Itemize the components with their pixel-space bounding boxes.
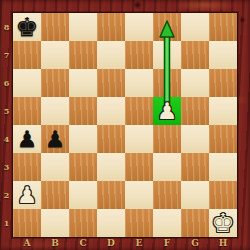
square-c2[interactable]: [69, 181, 97, 209]
rank-label-2: 2: [0, 181, 13, 209]
square-d7[interactable]: [97, 41, 125, 69]
square-b8[interactable]: [41, 13, 69, 41]
file-label-e: E: [125, 237, 153, 250]
square-h4[interactable]: [209, 125, 237, 153]
file-label-a: A: [13, 237, 41, 250]
square-b2[interactable]: [41, 181, 69, 209]
square-e8[interactable]: [125, 13, 153, 41]
rank-label-4: 4: [0, 125, 13, 153]
white-pawn-icon[interactable]: ♟: [13, 181, 41, 209]
square-g3[interactable]: [181, 153, 209, 181]
black-pawn-icon[interactable]: ♟: [41, 125, 69, 153]
square-f4[interactable]: [153, 125, 181, 153]
square-b4[interactable]: ♟: [41, 125, 69, 153]
black-king-icon[interactable]: ♚: [13, 13, 41, 41]
file-label-h: H: [209, 237, 237, 250]
square-g6[interactable]: [181, 69, 209, 97]
black-pawn-icon[interactable]: ♟: [13, 125, 41, 153]
square-g2[interactable]: [181, 181, 209, 209]
square-b5[interactable]: [41, 97, 69, 125]
square-a7[interactable]: [13, 41, 41, 69]
square-d6[interactable]: [97, 69, 125, 97]
square-a6[interactable]: [13, 69, 41, 97]
square-d4[interactable]: [97, 125, 125, 153]
square-d5[interactable]: [97, 97, 125, 125]
square-a4[interactable]: ♟: [13, 125, 41, 153]
square-d1[interactable]: [97, 209, 125, 237]
square-h2[interactable]: [209, 181, 237, 209]
square-g4[interactable]: [181, 125, 209, 153]
square-b6[interactable]: [41, 69, 69, 97]
square-e1[interactable]: [125, 209, 153, 237]
square-a5[interactable]: [13, 97, 41, 125]
square-a3[interactable]: [13, 153, 41, 181]
square-f7[interactable]: [153, 41, 181, 69]
rank-label-6: 6: [0, 69, 13, 97]
rank-label-7: 7: [0, 41, 13, 69]
square-h7[interactable]: [209, 41, 237, 69]
square-e4[interactable]: [125, 125, 153, 153]
square-a2[interactable]: ♟: [13, 181, 41, 209]
square-f2[interactable]: [153, 181, 181, 209]
rank-label-8: 8: [0, 13, 13, 41]
square-h6[interactable]: [209, 69, 237, 97]
square-e3[interactable]: [125, 153, 153, 181]
rank-label-3: 3: [0, 153, 13, 181]
file-label-d: D: [97, 237, 125, 250]
square-c7[interactable]: [69, 41, 97, 69]
square-d2[interactable]: [97, 181, 125, 209]
square-a8[interactable]: ♚: [13, 13, 41, 41]
square-d8[interactable]: [97, 13, 125, 41]
square-a1[interactable]: [13, 209, 41, 237]
chess-board-frame: ♚♟♟♟♟♚ 87654321 ABCDEFGH: [0, 0, 250, 250]
square-f5[interactable]: ♟: [153, 97, 181, 125]
square-b7[interactable]: [41, 41, 69, 69]
square-g1[interactable]: [181, 209, 209, 237]
square-c5[interactable]: [69, 97, 97, 125]
square-b1[interactable]: [41, 209, 69, 237]
square-c1[interactable]: [69, 209, 97, 237]
square-d3[interactable]: [97, 153, 125, 181]
square-h3[interactable]: [209, 153, 237, 181]
square-f3[interactable]: [153, 153, 181, 181]
white-king-icon[interactable]: ♚: [209, 209, 237, 237]
rank-label-1: 1: [0, 209, 13, 237]
square-e2[interactable]: [125, 181, 153, 209]
square-b3[interactable]: [41, 153, 69, 181]
white-pawn-icon[interactable]: ♟: [153, 97, 181, 125]
square-h5[interactable]: [209, 97, 237, 125]
square-e7[interactable]: [125, 41, 153, 69]
square-g5[interactable]: [181, 97, 209, 125]
square-e5[interactable]: [125, 97, 153, 125]
file-label-b: B: [41, 237, 69, 250]
square-g8[interactable]: [181, 13, 209, 41]
rank-label-5: 5: [0, 97, 13, 125]
square-f1[interactable]: [153, 209, 181, 237]
square-f8[interactable]: [153, 13, 181, 41]
chess-board: ♚♟♟♟♟♚: [13, 13, 237, 237]
square-h1[interactable]: ♚: [209, 209, 237, 237]
file-label-g: G: [181, 237, 209, 250]
square-c8[interactable]: [69, 13, 97, 41]
square-c4[interactable]: [69, 125, 97, 153]
square-f6[interactable]: [153, 69, 181, 97]
square-g7[interactable]: [181, 41, 209, 69]
file-label-f: F: [153, 237, 181, 250]
square-c3[interactable]: [69, 153, 97, 181]
file-label-c: C: [69, 237, 97, 250]
square-e6[interactable]: [125, 69, 153, 97]
square-h8[interactable]: [209, 13, 237, 41]
square-c6[interactable]: [69, 69, 97, 97]
